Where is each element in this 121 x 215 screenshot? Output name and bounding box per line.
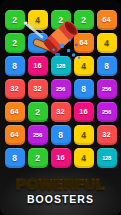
banner-subtitle: BOOSTERS [0,193,121,206]
tile-32-r4c2[interactable]: 32 [28,79,48,99]
tile-128-r3c3[interactable]: 128 [51,56,71,76]
banner: POWERFUL BOOSTERS [0,176,121,206]
tile-256-r4c3[interactable]: 256 [51,79,71,99]
tile-2-r2c1[interactable]: 2 [5,33,25,53]
tile-16-r5c4[interactable]: 16 [74,102,94,122]
tile-8-r4c4[interactable]: 8 [74,79,94,99]
tile-4-r2c5[interactable]: 4 [97,33,117,53]
tile-64-r6c1[interactable]: 64 [5,125,25,145]
tile-4-r6c4[interactable]: 4 [74,125,94,145]
banner-title: POWERFUL [0,176,121,193]
empty-cell [51,33,71,53]
tile-8-r7c1[interactable]: 8 [5,148,25,168]
tile-4-r7c4[interactable]: 4 [74,148,94,168]
tile-128-r7c5[interactable]: 128 [97,148,117,168]
tile-256-r6c2[interactable]: 256 [28,125,48,145]
tile-2-r5c2[interactable]: 2 [28,102,48,122]
tile-8-r3c5[interactable]: 8 [97,56,117,76]
tile-2-r1c1[interactable]: 2 [5,10,25,30]
tile-2-r1c4[interactable]: 2 [74,10,94,30]
tile-16-r3c2[interactable]: 16 [28,56,48,76]
ad-screenshot: 2422642864481612848323225682566423216256… [0,0,121,215]
game-board: 2422642864481612848323225682566423216256… [5,10,117,168]
tile-32-r6c5[interactable]: 32 [97,125,117,145]
tile-8-r6c3[interactable]: 8 [51,125,71,145]
tile-64-r1c5[interactable]: 64 [97,10,117,30]
tile-16-r7c3[interactable]: 16 [51,148,71,168]
tile-32-r4c1[interactable]: 32 [5,79,25,99]
tile-4-r3c4[interactable]: 4 [74,56,94,76]
tile-8-r2c2[interactable]: 8 [28,33,48,53]
tile-64-r2c4[interactable]: 64 [74,33,94,53]
tile-2-r7c2[interactable]: 2 [28,148,48,168]
tile-256-r4c5[interactable]: 256 [97,79,117,99]
tile-32-r5c3[interactable]: 32 [51,102,71,122]
tile-8-r3c1[interactable]: 8 [5,56,25,76]
tile-2-r1c3[interactable]: 2 [51,10,71,30]
tile-64-r5c1[interactable]: 64 [5,102,25,122]
tile-4-r1c2[interactable]: 4 [28,10,48,30]
tile-256-r5c5[interactable]: 256 [97,102,117,122]
